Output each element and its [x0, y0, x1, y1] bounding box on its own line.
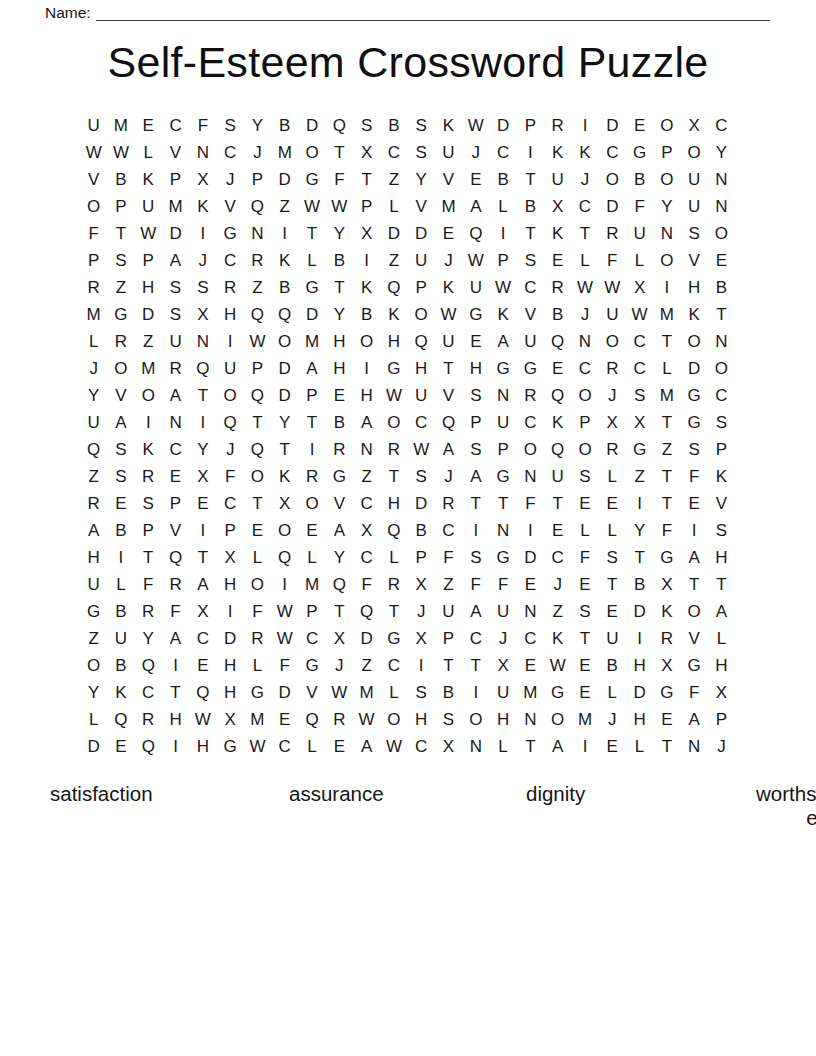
grid-cell: U [80, 112, 107, 139]
grid-cell: C [408, 409, 435, 436]
grid-cell: H [80, 544, 107, 571]
grid-cell: C [135, 679, 162, 706]
grid-cell: F [681, 679, 708, 706]
grid-cell: K [544, 220, 571, 247]
grid-cell: Z [107, 274, 134, 301]
grid-cell: D [489, 112, 516, 139]
grid-cell: X [189, 463, 216, 490]
grid-cell: W [544, 652, 571, 679]
grid-cell: F [244, 598, 271, 625]
grid-cell: G [544, 679, 571, 706]
grid-cell: U [408, 382, 435, 409]
grid-cell: X [326, 625, 353, 652]
grid-cell: W [326, 193, 353, 220]
grid-cell: K [489, 301, 516, 328]
grid-cell: I [271, 571, 298, 598]
grid-cell: P [489, 436, 516, 463]
grid-cell: C [189, 625, 216, 652]
grid-cell: T [435, 355, 462, 382]
grid-cell: C [599, 139, 626, 166]
grid-cell: O [244, 463, 271, 490]
grid-cell: R [298, 463, 325, 490]
grid-cell: H [216, 301, 243, 328]
grid-cell: P [462, 409, 489, 436]
grid-cell: L [244, 652, 271, 679]
grid-cell: P [408, 544, 435, 571]
grid-cell: H [708, 544, 735, 571]
grid-cell: V [435, 166, 462, 193]
grid-cell: E [517, 571, 544, 598]
grid-cell: D [298, 301, 325, 328]
grid-cell: O [544, 706, 571, 733]
grid-cell: F [80, 220, 107, 247]
grid-cell: L [298, 733, 325, 760]
grid-cell: W [189, 706, 216, 733]
grid-cell: Z [435, 571, 462, 598]
grid-cell: Z [135, 328, 162, 355]
grid-cell: T [517, 733, 544, 760]
grid-cell: C [162, 436, 189, 463]
grid-cell: E [681, 490, 708, 517]
grid-cell: E [107, 733, 134, 760]
grid-cell: X [626, 409, 653, 436]
grid-cell: M [135, 355, 162, 382]
grid-cell: L [244, 544, 271, 571]
grid-cell: Z [271, 193, 298, 220]
grid-cell: N [353, 436, 380, 463]
grid-cell: L [298, 544, 325, 571]
grid-cell: F [571, 544, 598, 571]
grid-cell: R [326, 706, 353, 733]
grid-cell: R [244, 625, 271, 652]
grid-cell: M [162, 193, 189, 220]
grid-cell: J [244, 139, 271, 166]
grid-cell: G [244, 679, 271, 706]
grid-cell: K [135, 436, 162, 463]
grid-cell: A [80, 517, 107, 544]
grid-cell: X [189, 598, 216, 625]
grid-cell: N [489, 382, 516, 409]
grid-cell: U [544, 463, 571, 490]
grid-cell: J [462, 139, 489, 166]
grid-cell: L [298, 247, 325, 274]
grid-cell: N [489, 517, 516, 544]
grid-cell: M [298, 328, 325, 355]
grid-cell: H [216, 571, 243, 598]
grid-cell: L [626, 733, 653, 760]
grid-cell: D [681, 355, 708, 382]
grid-cell: X [489, 652, 516, 679]
grid-cell: V [80, 166, 107, 193]
grid-cell: S [189, 274, 216, 301]
grid-cell: H [216, 679, 243, 706]
grid-cell: V [681, 625, 708, 652]
grid-cell: A [489, 328, 516, 355]
grid-cell: S [435, 706, 462, 733]
grid-cell: E [571, 679, 598, 706]
grid-cell: O [271, 517, 298, 544]
grid-cell: E [571, 652, 598, 679]
grid-cell: W [298, 193, 325, 220]
grid-cell: A [462, 463, 489, 490]
grid-cell: E [599, 490, 626, 517]
grid-cell: Z [353, 652, 380, 679]
grid-cell: E [326, 733, 353, 760]
grid-cell: X [353, 517, 380, 544]
grid-cell: U [162, 328, 189, 355]
grid-cell: E [298, 517, 325, 544]
grid-cell: T [462, 652, 489, 679]
grid-cell: I [107, 544, 134, 571]
grid-cell: A [162, 247, 189, 274]
grid-cell: T [653, 409, 680, 436]
grid-cell: P [489, 247, 516, 274]
grid-cell: D [517, 544, 544, 571]
grid-cell: A [681, 544, 708, 571]
grid-cell: U [435, 598, 462, 625]
grid-cell: T [653, 733, 680, 760]
grid-cell: O [380, 706, 407, 733]
grid-cell: W [380, 382, 407, 409]
grid-cell: Z [653, 436, 680, 463]
grid-cell: R [544, 274, 571, 301]
grid-cell: E [517, 652, 544, 679]
grid-cell: K [271, 463, 298, 490]
grid-cell: Q [353, 598, 380, 625]
grid-cell: P [435, 625, 462, 652]
grid-cell: E [599, 733, 626, 760]
grid-cell: R [80, 490, 107, 517]
grid-cell: F [681, 463, 708, 490]
grid-cell: T [380, 598, 407, 625]
grid-cell: X [544, 193, 571, 220]
grid-cell: P [162, 490, 189, 517]
grid-cell: J [435, 463, 462, 490]
grid-cell: I [462, 517, 489, 544]
grid-cell: B [517, 193, 544, 220]
grid-cell: P [216, 517, 243, 544]
grid-cell: Q [80, 436, 107, 463]
grid-cell: V [162, 139, 189, 166]
grid-cell: Q [380, 517, 407, 544]
grid-cell: J [571, 166, 598, 193]
grid-cell: H [189, 733, 216, 760]
grid-cell: Q [189, 679, 216, 706]
grid-cell: N [708, 166, 735, 193]
grid-cell: C [462, 625, 489, 652]
grid-cell: L [708, 625, 735, 652]
grid-cell: U [599, 625, 626, 652]
name-row: Name: [45, 4, 770, 21]
grid-cell: Z [380, 166, 407, 193]
grid-cell: Q [271, 544, 298, 571]
grid-cell: F [517, 490, 544, 517]
grid-cell: W [80, 139, 107, 166]
grid-cell: N [517, 598, 544, 625]
grid-cell: D [271, 382, 298, 409]
grid-cell: R [135, 463, 162, 490]
grid-cell: O [681, 139, 708, 166]
grid-cell: K [544, 625, 571, 652]
grid-cell: I [462, 679, 489, 706]
grid-cell: U [216, 355, 243, 382]
grid-cell: U [489, 679, 516, 706]
grid-cell: N [517, 706, 544, 733]
grid-cell: L [599, 517, 626, 544]
grid-cell: E [107, 490, 134, 517]
grid-cell: D [626, 598, 653, 625]
grid-cell: I [216, 328, 243, 355]
grid-cell: L [489, 733, 516, 760]
grid-cell: S [162, 274, 189, 301]
grid-cell: W [244, 328, 271, 355]
grid-cell: T [435, 652, 462, 679]
grid-cell: D [216, 625, 243, 652]
grid-cell: X [408, 625, 435, 652]
grid-cell: H [626, 652, 653, 679]
grid-cell: F [626, 193, 653, 220]
grid-cell: I [189, 220, 216, 247]
grid-cell: G [80, 598, 107, 625]
grid-cell: S [708, 409, 735, 436]
grid-cell: L [571, 517, 598, 544]
grid-cell: B [107, 598, 134, 625]
grid-cell: Y [653, 193, 680, 220]
grid-cell: U [489, 409, 516, 436]
grid-cell: H [326, 328, 353, 355]
grid-cell: X [189, 166, 216, 193]
grid-cell: X [681, 112, 708, 139]
grid-cell: U [489, 598, 516, 625]
grid-cell: A [353, 409, 380, 436]
grid-cell: X [653, 571, 680, 598]
grid-cell: D [298, 112, 325, 139]
grid-cell: G [626, 139, 653, 166]
grid-cell: J [708, 733, 735, 760]
grid-cell: X [626, 274, 653, 301]
grid-cell: K [571, 139, 598, 166]
grid-cell: S [462, 544, 489, 571]
grid-cell: J [599, 382, 626, 409]
grid-cell: Y [271, 409, 298, 436]
grid-cell: W [489, 274, 516, 301]
grid-cell: P [244, 166, 271, 193]
grid-cell: U [408, 247, 435, 274]
grid-cell: P [571, 409, 598, 436]
grid-cell: S [626, 382, 653, 409]
grid-cell: L [107, 571, 134, 598]
grid-cell: A [462, 598, 489, 625]
grid-cell: B [489, 166, 516, 193]
grid-cell: Q [435, 409, 462, 436]
grid-cell: E [326, 382, 353, 409]
grid-cell: Q [135, 733, 162, 760]
grid-cell: O [244, 571, 271, 598]
grid-cell: Q [326, 571, 353, 598]
grid-cell: K [107, 679, 134, 706]
grid-cell: C [571, 355, 598, 382]
grid-cell: Y [326, 301, 353, 328]
grid-cell: A [107, 409, 134, 436]
grid-cell: L [489, 193, 516, 220]
grid-cell: T [708, 301, 735, 328]
grid-cell: H [380, 490, 407, 517]
grid-cell: R [107, 328, 134, 355]
grid-cell: E [244, 517, 271, 544]
grid-cell: K [380, 301, 407, 328]
grid-cell: P [708, 436, 735, 463]
grid-cell: S [571, 463, 598, 490]
grid-cell: W [380, 733, 407, 760]
grid-cell: S [599, 544, 626, 571]
grid-cell: Y [80, 382, 107, 409]
grid-cell: F [489, 571, 516, 598]
grid-cell: U [626, 220, 653, 247]
grid-cell: T [326, 274, 353, 301]
grid-cell: L [653, 355, 680, 382]
grid-cell: A [162, 382, 189, 409]
grid-cell: A [326, 517, 353, 544]
grid-cell: H [162, 706, 189, 733]
grid-cell: W [435, 301, 462, 328]
grid-cell: K [544, 139, 571, 166]
grid-cell: G [298, 274, 325, 301]
grid-cell: C [216, 490, 243, 517]
grid-cell: I [353, 247, 380, 274]
grid-cell: C [216, 247, 243, 274]
grid-cell: O [80, 193, 107, 220]
grid-cell: E [544, 355, 571, 382]
grid-cell: S [408, 139, 435, 166]
grid-cell: O [271, 328, 298, 355]
grid-cell: O [408, 301, 435, 328]
grid-cell: I [162, 652, 189, 679]
grid-cell: D [353, 625, 380, 652]
grid-cell: T [462, 490, 489, 517]
grid-cell: I [626, 625, 653, 652]
grid-cell: C [298, 625, 325, 652]
name-fill-line[interactable] [96, 6, 770, 21]
grid-cell: R [517, 382, 544, 409]
grid-cell: W [135, 220, 162, 247]
grid-cell: T [544, 490, 571, 517]
grid-cell: P [298, 598, 325, 625]
grid-cell: U [517, 328, 544, 355]
grid-cell: X [408, 571, 435, 598]
grid-cell: N [462, 733, 489, 760]
grid-cell: X [708, 679, 735, 706]
grid-cell: F [216, 463, 243, 490]
grid-cell: P [353, 193, 380, 220]
grid-cell: H [135, 274, 162, 301]
grid-cell: O [107, 355, 134, 382]
grid-cell: B [107, 652, 134, 679]
grid-cell: C [408, 733, 435, 760]
grid-cell: Y [80, 679, 107, 706]
grid-cell: H [216, 652, 243, 679]
grid-cell: S [162, 301, 189, 328]
grid-cell: S [462, 436, 489, 463]
grid-cell: V [107, 382, 134, 409]
grid-cell: M [517, 679, 544, 706]
grid-cell: E [544, 247, 571, 274]
grid-cell: B [353, 301, 380, 328]
grid-cell: W [462, 112, 489, 139]
grid-cell: T [271, 436, 298, 463]
grid-cell: B [271, 112, 298, 139]
grid-cell: D [271, 166, 298, 193]
grid-cell: E [189, 490, 216, 517]
grid-cell: U [435, 139, 462, 166]
grid-cell: H [681, 274, 708, 301]
grid-cell: O [517, 436, 544, 463]
grid-cell: F [271, 652, 298, 679]
grid-cell: R [244, 247, 271, 274]
grid-cell: J [189, 247, 216, 274]
grid-cell: V [216, 193, 243, 220]
grid-cell: D [599, 112, 626, 139]
grid-cell: R [135, 706, 162, 733]
grid-cell: P [298, 382, 325, 409]
grid-cell: C [544, 544, 571, 571]
grid-cell: R [380, 571, 407, 598]
grid-cell: Z [244, 274, 271, 301]
grid-cell: Q [244, 193, 271, 220]
grid-cell: G [298, 166, 325, 193]
grid-cell: S [408, 679, 435, 706]
grid-cell: P [135, 247, 162, 274]
grid-cell: I [135, 409, 162, 436]
word-item: worth [756, 780, 806, 824]
grid-cell: A [189, 571, 216, 598]
grid-cell: F [189, 112, 216, 139]
grid-cell: P [408, 274, 435, 301]
grid-cell: C [489, 139, 516, 166]
grid-cell: C [708, 112, 735, 139]
grid-cell: G [681, 409, 708, 436]
grid-cell: K [708, 463, 735, 490]
grid-cell: M [271, 139, 298, 166]
grid-cell: X [599, 409, 626, 436]
grid-cell: R [80, 274, 107, 301]
grid-cell: I [517, 517, 544, 544]
grid-cell: T [681, 571, 708, 598]
grid-cell: N [708, 193, 735, 220]
grid-cell: H [326, 355, 353, 382]
grid-cell: P [653, 139, 680, 166]
grid-cell: I [162, 733, 189, 760]
grid-cell: T [653, 328, 680, 355]
grid-cell: V [435, 382, 462, 409]
grid-cell: O [653, 247, 680, 274]
grid-cell: E [653, 706, 680, 733]
grid-cell: L [380, 544, 407, 571]
grid-cell: D [80, 733, 107, 760]
grid-cell: E [271, 706, 298, 733]
grid-cell: N [189, 328, 216, 355]
grid-cell: P [708, 706, 735, 733]
grid-cell: K [653, 598, 680, 625]
grid-cell: V [408, 193, 435, 220]
grid-cell: W [271, 598, 298, 625]
grid-cell: P [135, 517, 162, 544]
grid-cell: H [408, 355, 435, 382]
grid-cell: M [353, 679, 380, 706]
grid-cell: T [517, 166, 544, 193]
grid-cell: W [326, 679, 353, 706]
grid-cell: R [135, 598, 162, 625]
grid-cell: F [599, 247, 626, 274]
